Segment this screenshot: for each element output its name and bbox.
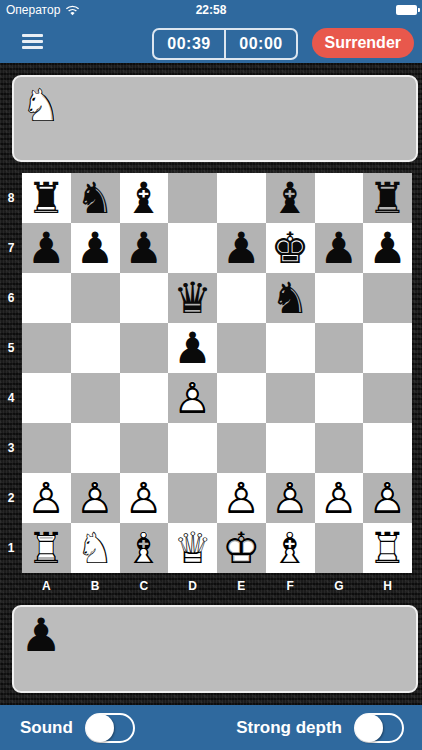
square-b5[interactable] bbox=[71, 323, 120, 373]
black-pawn: ♟ bbox=[71, 223, 120, 273]
square-g5[interactable] bbox=[315, 323, 364, 373]
square-f5[interactable] bbox=[266, 323, 315, 373]
white-knight: ♞♘ bbox=[18, 79, 64, 131]
strong-depth-toggle[interactable] bbox=[354, 713, 404, 743]
surrender-button[interactable]: Surrender bbox=[312, 28, 414, 58]
rank-label-7: 7 bbox=[0, 223, 22, 273]
white-pawn: ♟♙ bbox=[217, 473, 266, 523]
square-c5[interactable] bbox=[120, 323, 169, 373]
black-bishop: ♝ bbox=[120, 173, 169, 223]
file-label-g: G bbox=[315, 577, 364, 595]
status-time: 22:58 bbox=[0, 3, 422, 17]
square-d1[interactable]: ♛♕ bbox=[168, 523, 217, 573]
battery-icon bbox=[396, 5, 417, 15]
square-b4[interactable] bbox=[71, 373, 120, 423]
black-pawn: ♟ bbox=[363, 223, 412, 273]
square-d7[interactable] bbox=[168, 223, 217, 273]
captured-white-pieces-tray: ♞♘ bbox=[12, 75, 418, 162]
square-g6[interactable] bbox=[315, 273, 364, 323]
square-b7[interactable]: ♟ bbox=[71, 223, 120, 273]
white-pawn: ♟♙ bbox=[71, 473, 120, 523]
square-d8[interactable] bbox=[168, 173, 217, 223]
white-pawn: ♟♙ bbox=[22, 473, 71, 523]
square-a2[interactable]: ♟♙ bbox=[22, 473, 71, 523]
square-a3[interactable] bbox=[22, 423, 71, 473]
square-e2[interactable]: ♟♙ bbox=[217, 473, 266, 523]
square-c2[interactable]: ♟♙ bbox=[120, 473, 169, 523]
white-queen: ♛♕ bbox=[168, 523, 217, 573]
nav-bar: 00:39 00:00 Surrender bbox=[0, 20, 422, 63]
square-e8[interactable] bbox=[217, 173, 266, 223]
square-c4[interactable] bbox=[120, 373, 169, 423]
file-label-a: A bbox=[22, 577, 71, 595]
white-knight: ♞♘ bbox=[71, 523, 120, 573]
square-f6[interactable]: ♞ bbox=[266, 273, 315, 323]
file-labels: ABCDEFGH bbox=[22, 577, 412, 595]
sound-label: Sound bbox=[20, 718, 73, 738]
white-rook: ♜♖ bbox=[22, 523, 71, 573]
black-pawn: ♟ bbox=[217, 223, 266, 273]
rank-label-4: 4 bbox=[0, 373, 22, 423]
file-label-c: C bbox=[120, 577, 169, 595]
square-f2[interactable]: ♟♙ bbox=[266, 473, 315, 523]
chess-board: ♜♞♝♝♜♟♟♟♟♚♟♟♛♞♟♟♙♟♙♟♙♟♙♟♙♟♙♟♙♟♙♜♖♞♘♝♗♛♕♚… bbox=[22, 173, 412, 573]
square-e3[interactable] bbox=[217, 423, 266, 473]
square-h2[interactable]: ♟♙ bbox=[363, 473, 412, 523]
strong-depth-label: Strong depth bbox=[236, 718, 342, 738]
sound-toggle-knob bbox=[86, 714, 114, 742]
rank-labels: 87654321 bbox=[0, 173, 22, 573]
square-g8[interactable] bbox=[315, 173, 364, 223]
rank-label-5: 5 bbox=[0, 323, 22, 373]
square-e6[interactable] bbox=[217, 273, 266, 323]
square-g3[interactable] bbox=[315, 423, 364, 473]
menu-hamburger-icon[interactable] bbox=[22, 34, 43, 49]
square-h3[interactable] bbox=[363, 423, 412, 473]
black-knight: ♞ bbox=[71, 173, 120, 223]
square-c7[interactable]: ♟ bbox=[120, 223, 169, 273]
rank-label-8: 8 bbox=[0, 173, 22, 223]
black-rook: ♜ bbox=[363, 173, 412, 223]
square-f7[interactable]: ♚ bbox=[266, 223, 315, 273]
square-a6[interactable] bbox=[22, 273, 71, 323]
square-b2[interactable]: ♟♙ bbox=[71, 473, 120, 523]
black-rook: ♜ bbox=[22, 173, 71, 223]
status-bar: Оператор 22:58 bbox=[0, 0, 422, 20]
square-d4[interactable]: ♟♙ bbox=[168, 373, 217, 423]
file-label-d: D bbox=[168, 577, 217, 595]
square-b8[interactable]: ♞ bbox=[71, 173, 120, 223]
square-e7[interactable]: ♟ bbox=[217, 223, 266, 273]
square-b6[interactable] bbox=[71, 273, 120, 323]
white-pawn: ♟♙ bbox=[363, 473, 412, 523]
black-pawn: ♟ bbox=[168, 323, 217, 373]
square-h7[interactable]: ♟ bbox=[363, 223, 412, 273]
square-e5[interactable] bbox=[217, 323, 266, 373]
square-f1[interactable]: ♝♗ bbox=[266, 523, 315, 573]
square-d3[interactable] bbox=[168, 423, 217, 473]
black-queen: ♛ bbox=[168, 273, 217, 323]
file-label-h: H bbox=[363, 577, 412, 595]
white-king: ♚♔ bbox=[217, 523, 266, 573]
white-pawn: ♟♙ bbox=[120, 473, 169, 523]
square-f8[interactable]: ♝ bbox=[266, 173, 315, 223]
file-label-b: B bbox=[71, 577, 120, 595]
game-clocks: 00:39 00:00 bbox=[152, 28, 298, 60]
black-bishop: ♝ bbox=[266, 173, 315, 223]
square-c3[interactable] bbox=[120, 423, 169, 473]
square-g7[interactable]: ♟ bbox=[315, 223, 364, 273]
black-pawn: ♟ bbox=[120, 223, 169, 273]
square-c1[interactable]: ♝♗ bbox=[120, 523, 169, 573]
white-clock: 00:39 bbox=[154, 30, 224, 58]
square-b1[interactable]: ♞♘ bbox=[71, 523, 120, 573]
bottom-bar: Sound Strong depth bbox=[0, 705, 422, 750]
rank-label-6: 6 bbox=[0, 273, 22, 323]
square-b3[interactable] bbox=[71, 423, 120, 473]
square-c6[interactable] bbox=[120, 273, 169, 323]
square-d2[interactable] bbox=[168, 473, 217, 523]
white-bishop: ♝♗ bbox=[120, 523, 169, 573]
rank-label-2: 2 bbox=[0, 473, 22, 523]
black-pawn: ♟ bbox=[315, 223, 364, 273]
square-a8[interactable]: ♜ bbox=[22, 173, 71, 223]
square-h4[interactable] bbox=[363, 373, 412, 423]
file-label-e: E bbox=[217, 577, 266, 595]
square-g1[interactable] bbox=[315, 523, 364, 573]
square-a7[interactable]: ♟ bbox=[22, 223, 71, 273]
rank-label-1: 1 bbox=[0, 523, 22, 573]
square-g2[interactable]: ♟♙ bbox=[315, 473, 364, 523]
captured-black-pieces-tray: ♟ bbox=[12, 605, 418, 693]
square-d5[interactable]: ♟ bbox=[168, 323, 217, 373]
square-a5[interactable] bbox=[22, 323, 71, 373]
square-e1[interactable]: ♚♔ bbox=[217, 523, 266, 573]
square-e4[interactable] bbox=[217, 373, 266, 423]
black-pawn: ♟ bbox=[18, 609, 64, 661]
white-pawn: ♟♙ bbox=[168, 373, 217, 423]
square-f4[interactable] bbox=[266, 373, 315, 423]
square-h5[interactable] bbox=[363, 323, 412, 373]
square-c8[interactable]: ♝ bbox=[120, 173, 169, 223]
square-g4[interactable] bbox=[315, 373, 364, 423]
square-f3[interactable] bbox=[266, 423, 315, 473]
white-pawn: ♟♙ bbox=[266, 473, 315, 523]
square-h1[interactable]: ♜♖ bbox=[363, 523, 412, 573]
square-a4[interactable] bbox=[22, 373, 71, 423]
strong-depth-toggle-knob bbox=[355, 714, 383, 742]
white-rook: ♜♖ bbox=[363, 523, 412, 573]
sound-toggle[interactable] bbox=[85, 713, 135, 743]
file-label-f: F bbox=[266, 577, 315, 595]
square-a1[interactable]: ♜♖ bbox=[22, 523, 71, 573]
white-pawn: ♟♙ bbox=[315, 473, 364, 523]
black-pawn: ♟ bbox=[22, 223, 71, 273]
rank-label-3: 3 bbox=[0, 423, 22, 473]
black-knight: ♞ bbox=[266, 273, 315, 323]
square-h6[interactable] bbox=[363, 273, 412, 323]
black-clock: 00:00 bbox=[224, 30, 296, 58]
black-king: ♚ bbox=[266, 223, 315, 273]
square-d6[interactable]: ♛ bbox=[168, 273, 217, 323]
chess-app-screen: Оператор 22:58 00:39 00:00 Surrender ♞♘ … bbox=[0, 0, 422, 750]
white-bishop: ♝♗ bbox=[266, 523, 315, 573]
square-h8[interactable]: ♜ bbox=[363, 173, 412, 223]
